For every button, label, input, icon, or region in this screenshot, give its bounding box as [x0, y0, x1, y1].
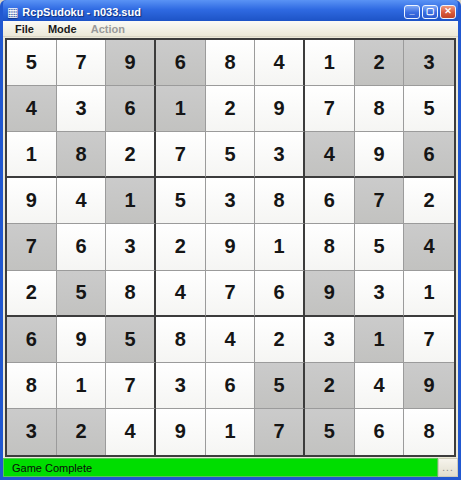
cell-r6c6[interactable]: 6	[255, 271, 305, 317]
cell-r1c3[interactable]: 9	[106, 40, 156, 86]
cell-r9c6[interactable]: 7	[255, 409, 305, 455]
app-window: ▦ RcpSudoku - n033.sud _ ▢ ✕ File Mode A…	[0, 0, 461, 480]
cell-r7c2[interactable]: 9	[57, 317, 107, 363]
minimize-button[interactable]: _	[404, 5, 420, 19]
cell-r7c6[interactable]: 2	[255, 317, 305, 363]
cell-r5c5[interactable]: 9	[206, 224, 256, 270]
cell-r5c4[interactable]: 2	[156, 224, 206, 270]
cell-r8c4[interactable]: 3	[156, 363, 206, 409]
cell-r4c1[interactable]: 9	[7, 178, 57, 224]
cell-r2c5[interactable]: 2	[206, 86, 256, 132]
cell-r8c1[interactable]: 8	[7, 363, 57, 409]
cell-r2c8[interactable]: 8	[355, 86, 405, 132]
sudoku-grid: 5796841234361297851827534969415386727632…	[5, 38, 456, 457]
cell-r3c9[interactable]: 6	[404, 132, 454, 178]
cell-r1c4[interactable]: 6	[156, 40, 206, 86]
cell-r6c8[interactable]: 3	[355, 271, 405, 317]
cell-r8c3[interactable]: 7	[106, 363, 156, 409]
cell-r6c5[interactable]: 7	[206, 271, 256, 317]
cell-r7c1[interactable]: 6	[7, 317, 57, 363]
cell-r6c9[interactable]: 1	[404, 271, 454, 317]
cell-r1c2[interactable]: 7	[57, 40, 107, 86]
cell-r8c9[interactable]: 9	[404, 363, 454, 409]
cell-r3c2[interactable]: 8	[57, 132, 107, 178]
cell-r3c5[interactable]: 5	[206, 132, 256, 178]
cell-r8c5[interactable]: 6	[206, 363, 256, 409]
cell-r9c3[interactable]: 4	[106, 409, 156, 455]
cell-r7c4[interactable]: 8	[156, 317, 206, 363]
cell-r9c1[interactable]: 3	[7, 409, 57, 455]
status-bar: Game Complete ...	[3, 458, 458, 477]
sudoku-grid-icon: ▦	[7, 6, 18, 18]
cell-r3c4[interactable]: 7	[156, 132, 206, 178]
cell-r5c3[interactable]: 3	[106, 224, 156, 270]
cell-r3c7[interactable]: 4	[305, 132, 355, 178]
cell-r4c8[interactable]: 7	[355, 178, 405, 224]
cell-r9c5[interactable]: 1	[206, 409, 256, 455]
cell-r6c7[interactable]: 9	[305, 271, 355, 317]
cell-r5c9[interactable]: 4	[404, 224, 454, 270]
cell-r8c2[interactable]: 1	[57, 363, 107, 409]
cell-r2c7[interactable]: 7	[305, 86, 355, 132]
cell-r6c4[interactable]: 4	[156, 271, 206, 317]
cell-r5c6[interactable]: 1	[255, 224, 305, 270]
cell-r2c4[interactable]: 1	[156, 86, 206, 132]
menu-action: Action	[84, 22, 132, 36]
cell-r8c7[interactable]: 2	[305, 363, 355, 409]
cell-r7c5[interactable]: 4	[206, 317, 256, 363]
window-controls: _ ▢ ✕	[404, 5, 456, 19]
board-area: 5796841234361297851827534969415386727632…	[3, 37, 458, 458]
cell-r9c7[interactable]: 5	[305, 409, 355, 455]
cell-r4c2[interactable]: 4	[57, 178, 107, 224]
close-button[interactable]: ✕	[440, 5, 456, 19]
cell-r2c6[interactable]: 9	[255, 86, 305, 132]
cell-r5c7[interactable]: 8	[305, 224, 355, 270]
cell-r1c1[interactable]: 5	[7, 40, 57, 86]
cell-r7c9[interactable]: 7	[404, 317, 454, 363]
cell-r2c9[interactable]: 5	[404, 86, 454, 132]
cell-r9c4[interactable]: 9	[156, 409, 206, 455]
cell-r3c3[interactable]: 2	[106, 132, 156, 178]
cell-r2c1[interactable]: 4	[7, 86, 57, 132]
cell-r3c8[interactable]: 9	[355, 132, 405, 178]
cell-r3c1[interactable]: 1	[7, 132, 57, 178]
titlebar[interactable]: ▦ RcpSudoku - n033.sud _ ▢ ✕	[3, 0, 458, 21]
cell-r7c7[interactable]: 3	[305, 317, 355, 363]
menu-mode[interactable]: Mode	[41, 22, 84, 36]
cell-r2c2[interactable]: 3	[57, 86, 107, 132]
cell-r8c8[interactable]: 4	[355, 363, 405, 409]
cell-r6c1[interactable]: 2	[7, 271, 57, 317]
cell-r4c9[interactable]: 2	[404, 178, 454, 224]
cell-r2c3[interactable]: 6	[106, 86, 156, 132]
cell-r6c3[interactable]: 8	[106, 271, 156, 317]
cell-r1c8[interactable]: 2	[355, 40, 405, 86]
cell-r4c6[interactable]: 8	[255, 178, 305, 224]
cell-r9c8[interactable]: 6	[355, 409, 405, 455]
menu-file[interactable]: File	[8, 22, 41, 36]
cell-r1c5[interactable]: 8	[206, 40, 256, 86]
cell-r6c2[interactable]: 5	[57, 271, 107, 317]
window-title: RcpSudoku - n033.sud	[22, 6, 404, 18]
cell-r5c8[interactable]: 5	[355, 224, 405, 270]
cell-r7c8[interactable]: 1	[355, 317, 405, 363]
cell-r1c6[interactable]: 4	[255, 40, 305, 86]
cell-r4c4[interactable]: 5	[156, 178, 206, 224]
cell-r1c7[interactable]: 1	[305, 40, 355, 86]
cell-r1c9[interactable]: 3	[404, 40, 454, 86]
cell-r5c2[interactable]: 6	[57, 224, 107, 270]
cell-r4c5[interactable]: 3	[206, 178, 256, 224]
cell-r4c7[interactable]: 6	[305, 178, 355, 224]
cell-r7c3[interactable]: 5	[106, 317, 156, 363]
cell-r9c9[interactable]: 8	[404, 409, 454, 455]
cell-r3c6[interactable]: 3	[255, 132, 305, 178]
resize-grip[interactable]: ...	[438, 458, 458, 477]
cell-r4c3[interactable]: 1	[106, 178, 156, 224]
cell-r5c1[interactable]: 7	[7, 224, 57, 270]
menu-bar: File Mode Action	[3, 21, 458, 37]
cell-r9c2[interactable]: 2	[57, 409, 107, 455]
cell-r8c6[interactable]: 5	[255, 363, 305, 409]
status-message: Game Complete	[3, 458, 438, 477]
maximize-button[interactable]: ▢	[422, 5, 438, 19]
